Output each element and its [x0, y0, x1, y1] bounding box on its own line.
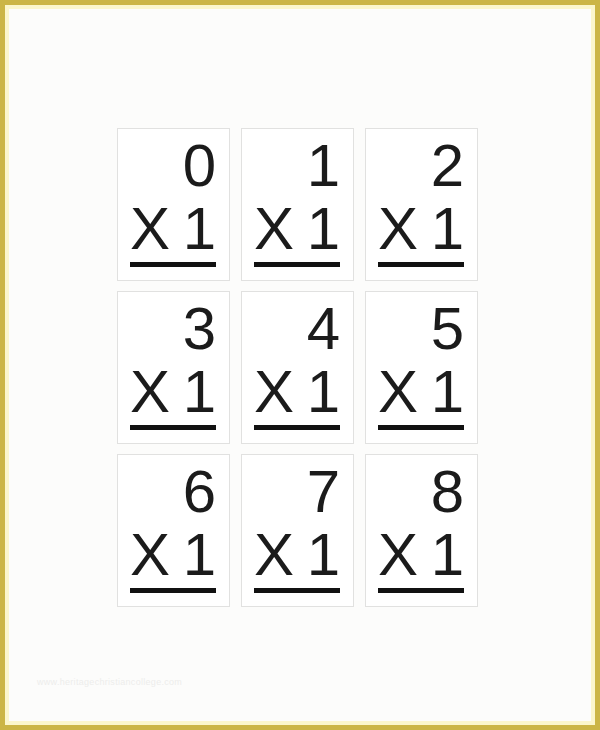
multiplicand: 8	[378, 463, 464, 520]
multiplicand: 2	[378, 137, 464, 194]
equals-line	[378, 262, 464, 267]
equals-line	[254, 588, 340, 593]
equals-line	[378, 588, 464, 593]
multiplicand: 3	[130, 300, 216, 357]
multiplicand: 5	[378, 300, 464, 357]
multiplier: 1	[307, 200, 340, 257]
equals-line	[130, 588, 216, 593]
flash-cards-grid: 0 X 1 1 X 1 2 X 1 3 X	[117, 128, 478, 607]
equals-line	[254, 262, 340, 267]
watermark-text: www.heritagechristiancollege.com	[37, 677, 182, 687]
flash-card-6x1: 6 X 1	[117, 454, 230, 607]
multiplicand: 1	[254, 137, 340, 194]
operator: X	[378, 526, 418, 583]
operator: X	[378, 200, 418, 257]
equals-line	[130, 425, 216, 430]
flash-card-4x1: 4 X 1	[241, 291, 354, 444]
flash-card-8x1: 8 X 1	[365, 454, 478, 607]
multiplier: 1	[307, 526, 340, 583]
operation-row: X 1	[130, 526, 216, 583]
operation-row: X 1	[378, 363, 464, 420]
operation-row: X 1	[130, 363, 216, 420]
operator: X	[130, 200, 170, 257]
operation-row: X 1	[130, 200, 216, 257]
multiplier: 1	[307, 363, 340, 420]
operation-row: X 1	[254, 200, 340, 257]
flash-card-7x1: 7 X 1	[241, 454, 354, 607]
multiplier: 1	[431, 526, 464, 583]
multiplier: 1	[183, 363, 216, 420]
flash-card-0x1: 0 X 1	[117, 128, 230, 281]
multiplier: 1	[183, 526, 216, 583]
multiplier: 1	[431, 363, 464, 420]
flash-card-1x1: 1 X 1	[241, 128, 354, 281]
equals-line	[254, 425, 340, 430]
operator: X	[378, 363, 418, 420]
equals-line	[130, 262, 216, 267]
flash-cards-page: 0 X 1 1 X 1 2 X 1 3 X	[0, 0, 600, 730]
operator: X	[130, 526, 170, 583]
operator: X	[254, 363, 294, 420]
multiplicand: 4	[254, 300, 340, 357]
operation-row: X 1	[378, 526, 464, 583]
multiplicand: 0	[130, 137, 216, 194]
operator: X	[130, 363, 170, 420]
multiplicand: 7	[254, 463, 340, 520]
multiplier: 1	[183, 200, 216, 257]
flash-card-5x1: 5 X 1	[365, 291, 478, 444]
operator: X	[254, 526, 294, 583]
operator: X	[254, 200, 294, 257]
flash-card-2x1: 2 X 1	[365, 128, 478, 281]
multiplier: 1	[431, 200, 464, 257]
equals-line	[378, 425, 464, 430]
flash-card-3x1: 3 X 1	[117, 291, 230, 444]
multiplicand: 6	[130, 463, 216, 520]
operation-row: X 1	[254, 363, 340, 420]
operation-row: X 1	[254, 526, 340, 583]
operation-row: X 1	[378, 200, 464, 257]
